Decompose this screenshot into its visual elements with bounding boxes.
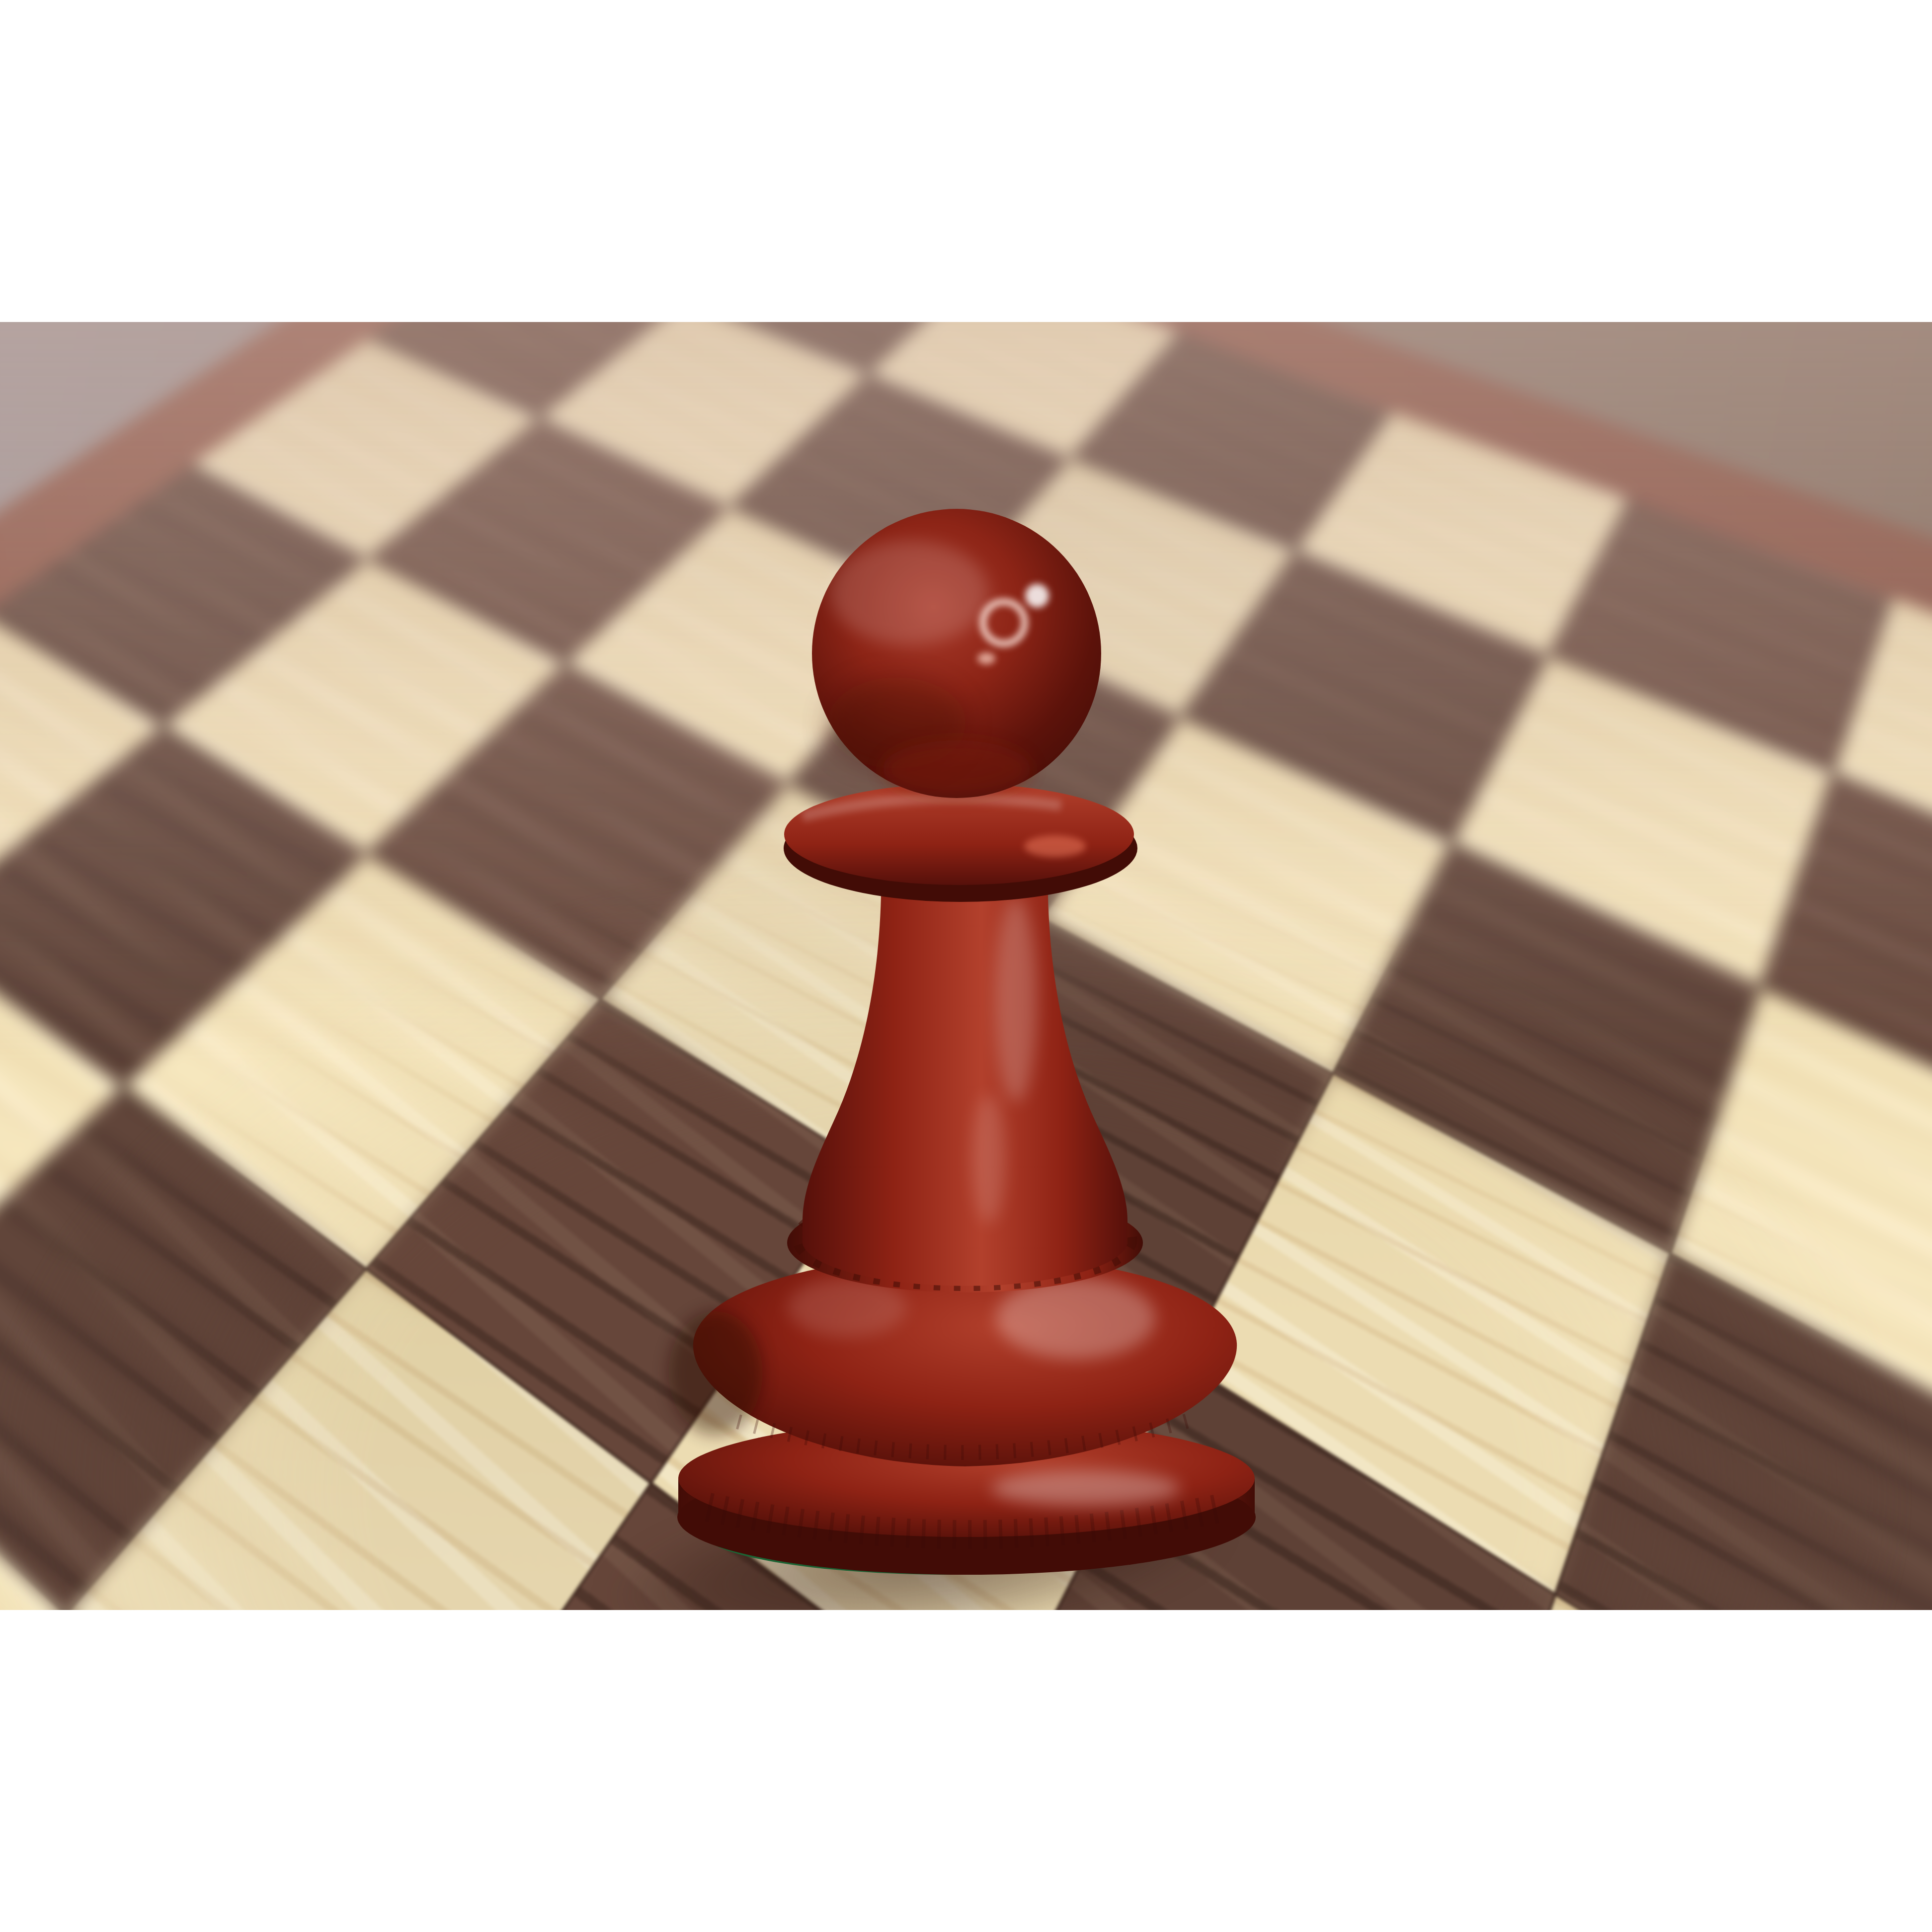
red-pawn — [639, 498, 1299, 1577]
product-photo-of-chess-pawn — [0, 0, 1932, 1932]
pawn-collar — [784, 784, 1137, 902]
letterbox-top — [0, 0, 1932, 322]
chessboard-photo — [0, 322, 1932, 1610]
pawn-body — [803, 846, 1127, 1286]
pawn-finial-ball — [812, 509, 1101, 798]
letterbox-bottom — [0, 1610, 1932, 1932]
